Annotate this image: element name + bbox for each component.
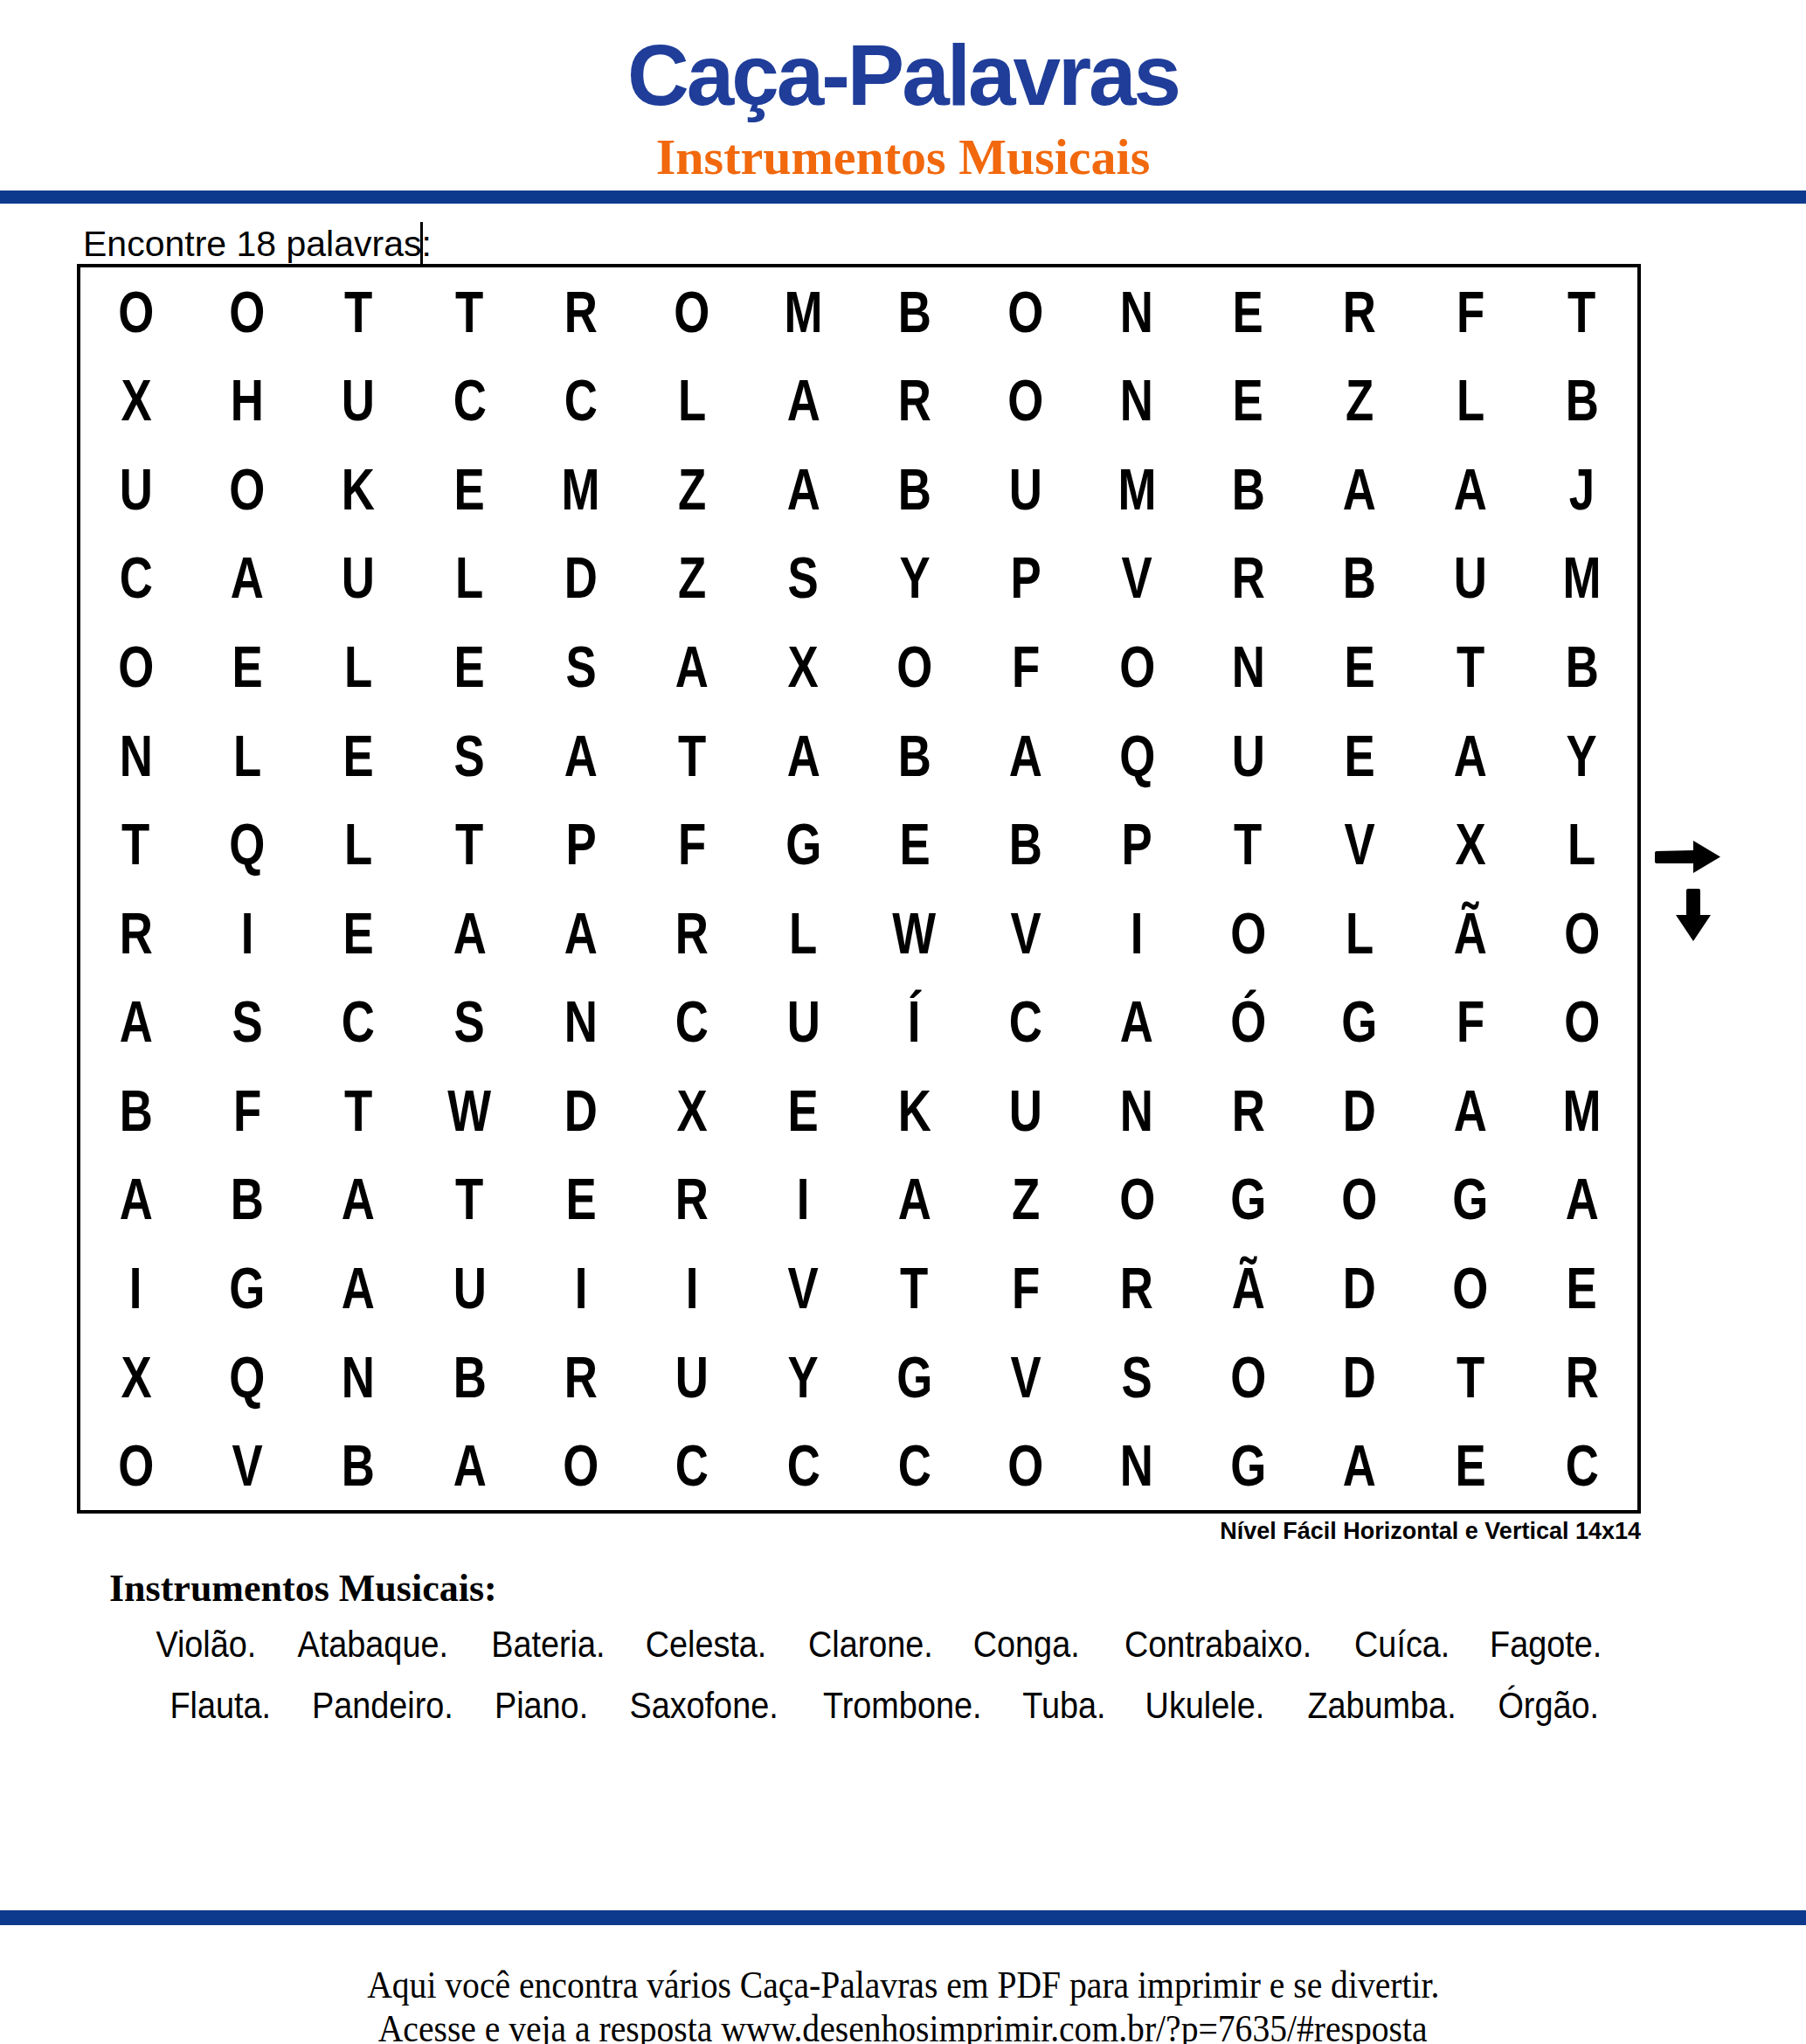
grid-cell-r5c10[interactable]: O	[1082, 622, 1193, 711]
footer-divider-bar	[0, 1910, 1806, 1925]
grid-cell-r1c6[interactable]: O	[636, 267, 747, 357]
grid-cell-r2c1[interactable]: X	[80, 357, 191, 446]
grid-cell-r4c2[interactable]: A	[191, 534, 302, 623]
grid-cell-r4c1[interactable]: C	[80, 534, 191, 623]
grid-cell-r8c5[interactable]: A	[525, 889, 636, 978]
grid-letter: T	[344, 1082, 372, 1140]
grid-cell-r5c7[interactable]: X	[748, 622, 859, 711]
footer-line-2: Acesse e veja a resposta www.desenhosimp…	[0, 2006, 1806, 2044]
grid-cell-r10c7[interactable]: E	[748, 1066, 859, 1155]
grid-letter: R	[1231, 549, 1264, 606]
grid-letter: X	[121, 371, 151, 429]
grid-cell-r14c7[interactable]: C	[748, 1421, 859, 1510]
grid-cell-r6c1[interactable]: N	[80, 711, 191, 800]
grid-cell-r9c1[interactable]: A	[80, 978, 191, 1067]
grid-cell-r12c5[interactable]: I	[525, 1244, 636, 1333]
grid-cell-r12c13[interactable]: O	[1415, 1244, 1526, 1333]
word-list-word: Tuba.	[1023, 1685, 1106, 1727]
grid-cell-r6c13[interactable]: A	[1415, 711, 1526, 800]
grid-letter: A	[1343, 1437, 1376, 1494]
grid-cell-r12c9[interactable]: F	[970, 1244, 1081, 1333]
grid-cell-r14c12[interactable]: A	[1304, 1421, 1415, 1510]
grid-cell-r10c8[interactable]: K	[859, 1066, 970, 1155]
grid-cell-r3c2[interactable]: O	[191, 445, 302, 534]
page: Caça-Palavras Instrumentos Musicais Enco…	[0, 0, 1806, 2044]
grid-letter: T	[1457, 1348, 1484, 1406]
grid-letter: R	[898, 371, 931, 429]
grid-cell-r5c4[interactable]: E	[414, 622, 525, 711]
grid-cell-r8c3[interactable]: E	[303, 889, 414, 978]
grid-cell-r2c10[interactable]: N	[1082, 357, 1193, 446]
grid-cell-r2c5[interactable]: C	[525, 357, 636, 446]
grid-cell-r2c4[interactable]: C	[414, 357, 525, 446]
grid-cell-r7c9[interactable]: B	[970, 800, 1081, 889]
grid-letter: O	[896, 638, 932, 696]
grid-letter: O	[229, 283, 265, 341]
grid-cell-r11c2[interactable]: B	[191, 1155, 302, 1244]
grid-cell-r13c13[interactable]: T	[1415, 1333, 1526, 1422]
grid-cell-r9c6[interactable]: C	[636, 978, 747, 1067]
grid-cell-r4c14[interactable]: M	[1526, 534, 1637, 623]
grid-cell-r3c1[interactable]: U	[80, 445, 191, 534]
grid-letter: L	[1567, 815, 1595, 873]
grid-cell-r3c4[interactable]: E	[414, 445, 525, 534]
grid-letter: Y	[1567, 727, 1597, 785]
grid-letter: E	[565, 1170, 596, 1228]
grid-letter: T	[1567, 283, 1595, 341]
grid-letter: A	[1009, 727, 1042, 785]
word-list-word: Atabaque.	[298, 1624, 448, 1666]
grid-letter: L	[1346, 904, 1374, 962]
grid-letter: A	[564, 727, 598, 785]
grid-cell-r7c4[interactable]: T	[414, 800, 525, 889]
grid-cell-r1c8[interactable]: B	[859, 267, 970, 357]
grid-letter: A	[1343, 461, 1376, 518]
grid-cell-r12c10[interactable]: R	[1082, 1244, 1193, 1333]
grid-cell-r6c12[interactable]: E	[1304, 711, 1415, 800]
grid-cell-r9c10[interactable]: A	[1082, 978, 1193, 1067]
grid-cell-r12c3[interactable]: A	[303, 1244, 414, 1333]
grid-cell-r5c11[interactable]: N	[1193, 622, 1304, 711]
grid-cell-r11c3[interactable]: A	[303, 1155, 414, 1244]
grid-letter: O	[563, 1437, 599, 1494]
grid-letter: Q	[229, 815, 265, 873]
grid-cell-r3c3[interactable]: K	[303, 445, 414, 534]
grid-letter: U	[786, 993, 820, 1050]
grid-cell-r8c14[interactable]: O	[1526, 889, 1637, 978]
grid-cell-r7c2[interactable]: Q	[191, 800, 302, 889]
grid-letter: E	[454, 638, 485, 696]
grid-letter: C	[453, 371, 486, 429]
grid-cell-r1c11[interactable]: E	[1193, 267, 1304, 357]
grid-cell-r14c6[interactable]: C	[636, 1421, 747, 1510]
word-list-word: Trombone.	[823, 1685, 981, 1727]
grid-letter: D	[1343, 1082, 1376, 1140]
grid-cell-r14c4[interactable]: A	[414, 1421, 525, 1510]
grid-cell-r10c4[interactable]: W	[414, 1066, 525, 1155]
grid-cell-r6c4[interactable]: S	[414, 711, 525, 800]
grid-cell-r2c14[interactable]: B	[1526, 357, 1637, 446]
grid-cell-r14c8[interactable]: C	[859, 1421, 970, 1510]
grid-letter: V	[1010, 1348, 1041, 1406]
grid-letter: T	[678, 727, 706, 785]
grid-letter: E	[232, 638, 262, 696]
grid-cell-r7c11[interactable]: T	[1193, 800, 1304, 889]
grid-cell-r9c8[interactable]: Í	[859, 978, 970, 1067]
grid-cell-r11c6[interactable]: R	[636, 1155, 747, 1244]
grid-cell-r5c1[interactable]: O	[80, 622, 191, 711]
grid-cell-r11c1[interactable]: A	[80, 1155, 191, 1244]
grid-cell-r11c12[interactable]: O	[1304, 1155, 1415, 1244]
grid-cell-r7c14[interactable]: L	[1526, 800, 1637, 889]
grid-letter: O	[118, 638, 154, 696]
word-list-word: Celesta.	[646, 1624, 767, 1666]
grid-letter: I	[129, 1259, 142, 1317]
grid-letter: O	[675, 283, 710, 341]
grid-cell-r11c5[interactable]: E	[525, 1155, 636, 1244]
grid-cell-r7c12[interactable]: V	[1304, 800, 1415, 889]
grid-cell-r1c12[interactable]: R	[1304, 267, 1415, 357]
grid-letter: O	[1341, 1170, 1377, 1228]
grid-cell-r2c12[interactable]: Z	[1304, 357, 1415, 446]
grid-letter: N	[120, 727, 153, 785]
grid-cell-r13c4[interactable]: B	[414, 1333, 525, 1422]
grid-cell-r1c14[interactable]: T	[1526, 267, 1637, 357]
word-list-word: Conga.	[973, 1624, 1080, 1666]
grid-cell-r4c8[interactable]: Y	[859, 534, 970, 623]
grid-letter: E	[1233, 371, 1263, 429]
grid-cell-r12c7[interactable]: V	[748, 1244, 859, 1333]
grid-cell-r10c3[interactable]: T	[303, 1066, 414, 1155]
grid-cell-r10c5[interactable]: D	[525, 1066, 636, 1155]
grid-cell-r14c3[interactable]: B	[303, 1421, 414, 1510]
grid-letter: L	[344, 638, 372, 696]
word-grid: OOTTROMBONERFTXHUCCLARONEZLBUOKEMZABUMBA…	[77, 264, 1641, 1514]
grid-cell-r7c5[interactable]: P	[525, 800, 636, 889]
grid-letter: K	[898, 1082, 931, 1140]
grid-cell-r3c14[interactable]: J	[1526, 445, 1637, 534]
grid-cell-r1c7[interactable]: M	[748, 267, 859, 357]
grid-cell-r3c7[interactable]: A	[748, 445, 859, 534]
grid-cell-r4c11[interactable]: R	[1193, 534, 1304, 623]
grid-cell-r8c4[interactable]: A	[414, 889, 525, 978]
grid-letter: S	[454, 727, 485, 785]
grid-cell-r14c1[interactable]: O	[80, 1421, 191, 1510]
grid-cell-r13c1[interactable]: X	[80, 1333, 191, 1422]
grid-cell-r12c8[interactable]: T	[859, 1244, 970, 1333]
grid-cell-r13c2[interactable]: Q	[191, 1333, 302, 1422]
grid-cell-r13c6[interactable]: U	[636, 1333, 747, 1422]
grid-cell-r9c3[interactable]: C	[303, 978, 414, 1067]
grid-cell-r7c8[interactable]: E	[859, 800, 970, 889]
grid-cell-r1c10[interactable]: N	[1082, 267, 1193, 357]
grid-letter: C	[1009, 993, 1042, 1050]
grid-cell-r14c2[interactable]: V	[191, 1421, 302, 1510]
grid-cell-r9c13[interactable]: F	[1415, 978, 1526, 1067]
grid-letter: E	[899, 815, 930, 873]
grid-cell-r6c2[interactable]: L	[191, 711, 302, 800]
grid-cell-r10c1[interactable]: B	[80, 1066, 191, 1155]
word-list-line-1: Violão. Atabaque. Bateria. Celesta. Clar…	[150, 1624, 1608, 1666]
grid-letter: U	[453, 1259, 486, 1317]
grid-letter: V	[1344, 815, 1374, 873]
grid-letter: E	[1233, 283, 1263, 341]
grid-cell-r5c5[interactable]: S	[525, 622, 636, 711]
grid-letter: U	[342, 549, 375, 606]
grid-letter: P	[1010, 549, 1041, 606]
grid-cell-r2c3[interactable]: U	[303, 357, 414, 446]
grid-letter: R	[564, 1348, 598, 1406]
grid-letter: D	[564, 1082, 598, 1140]
grid-cell-r4c3[interactable]: U	[303, 534, 414, 623]
grid-cell-r1c2[interactable]: O	[191, 267, 302, 357]
word-list-word: Ukulele.	[1145, 1685, 1265, 1727]
word-list-heading: Instrumentos Musicais:	[109, 1566, 497, 1611]
grid-cell-r10c11[interactable]: R	[1193, 1066, 1304, 1155]
grid-cell-r7c6[interactable]: F	[636, 800, 747, 889]
grid-cell-r6c6[interactable]: T	[636, 711, 747, 800]
grid-cell-r2c6[interactable]: L	[636, 357, 747, 446]
grid-letter: O	[1007, 283, 1043, 341]
grid-cell-r5c13[interactable]: T	[1415, 622, 1526, 711]
grid-letter: E	[1455, 1437, 1485, 1494]
grid-letter: A	[120, 1170, 153, 1228]
grid-cell-r12c14[interactable]: E	[1526, 1244, 1637, 1333]
grid-letter: Z	[678, 461, 706, 518]
grid-letter: N	[1120, 1437, 1153, 1494]
grid-cell-r7c7[interactable]: G	[748, 800, 859, 889]
grid-cell-r12c11[interactable]: Ã	[1193, 1244, 1304, 1333]
grid-cell-r12c1[interactable]: I	[80, 1244, 191, 1333]
grid-cell-r14c5[interactable]: O	[525, 1421, 636, 1510]
grid-letter: G	[229, 1259, 265, 1317]
grid-letter: A	[1454, 727, 1487, 785]
grid-letter: E	[788, 1082, 819, 1140]
grid-cell-r4c12[interactable]: B	[1304, 534, 1415, 623]
grid-cell-r8c2[interactable]: I	[191, 889, 302, 978]
grid-cell-r11c14[interactable]: A	[1526, 1155, 1637, 1244]
grid-cell-r3c13[interactable]: A	[1415, 445, 1526, 534]
grid-cell-r14c14[interactable]: C	[1526, 1421, 1637, 1510]
grid-cell-r11c4[interactable]: T	[414, 1155, 525, 1244]
grid-cell-r6c11[interactable]: U	[1193, 711, 1304, 800]
instructions-label: Encontre 18 palavras:	[83, 224, 432, 265]
grid-cell-r1c4[interactable]: T	[414, 267, 525, 357]
grid-letter: Z	[678, 549, 706, 606]
grid-cell-r7c10[interactable]: P	[1082, 800, 1193, 889]
grid-letter: C	[675, 993, 709, 1050]
grid-cell-r6c5[interactable]: A	[525, 711, 636, 800]
grid-cell-r4c7[interactable]: S	[748, 534, 859, 623]
grid-cell-r4c4[interactable]: L	[414, 534, 525, 623]
grid-cell-r4c5[interactable]: D	[525, 534, 636, 623]
grid-cell-r5c8[interactable]: O	[859, 622, 970, 711]
grid-cell-r3c6[interactable]: Z	[636, 445, 747, 534]
grid-letter: T	[344, 283, 372, 341]
grid-cell-r14c11[interactable]: G	[1193, 1421, 1304, 1510]
grid-cell-r6c7[interactable]: A	[748, 711, 859, 800]
grid-cell-r3c9[interactable]: U	[970, 445, 1081, 534]
grid-cell-r14c9[interactable]: O	[970, 1421, 1081, 1510]
grid-cell-r1c9[interactable]: O	[970, 267, 1081, 357]
grid-cell-r2c11[interactable]: E	[1193, 357, 1304, 446]
grid-letter: A	[453, 904, 486, 962]
grid-cell-r2c7[interactable]: A	[748, 357, 859, 446]
grid-cell-r8c11[interactable]: O	[1193, 889, 1304, 978]
grid-cell-r8c9[interactable]: V	[970, 889, 1081, 978]
grid-cell-r4c10[interactable]: V	[1082, 534, 1193, 623]
grid-cell-r10c10[interactable]: N	[1082, 1066, 1193, 1155]
grid-cell-r5c2[interactable]: E	[191, 622, 302, 711]
grid-cell-r11c11[interactable]: G	[1193, 1155, 1304, 1244]
grid-cell-r13c14[interactable]: R	[1526, 1333, 1637, 1422]
grid-cell-r7c3[interactable]: L	[303, 800, 414, 889]
grid-cell-r6c14[interactable]: Y	[1526, 711, 1637, 800]
grid-cell-r4c13[interactable]: U	[1415, 534, 1526, 623]
grid-cell-r11c9[interactable]: Z	[970, 1155, 1081, 1244]
grid-letter: N	[342, 1348, 375, 1406]
grid-cell-r8c1[interactable]: R	[80, 889, 191, 978]
grid-cell-r3c12[interactable]: A	[1304, 445, 1415, 534]
grid-cell-r12c12[interactable]: D	[1304, 1244, 1415, 1333]
grid-cell-r8c8[interactable]: W	[859, 889, 970, 978]
grid-letter: A	[1454, 1082, 1487, 1140]
grid-cell-r8c6[interactable]: R	[636, 889, 747, 978]
grid-cell-r13c3[interactable]: N	[303, 1333, 414, 1422]
footer-line-1: Aqui você encontra vários Caça-Palavras …	[0, 1963, 1806, 2007]
grid-cell-r2c8[interactable]: R	[859, 357, 970, 446]
grid-cell-r3c11[interactable]: B	[1193, 445, 1304, 534]
grid-letter: L	[789, 904, 817, 962]
grid-cell-r13c7[interactable]: Y	[748, 1333, 859, 1422]
grid-cell-r10c9[interactable]: U	[970, 1066, 1081, 1155]
grid-cell-r11c13[interactable]: G	[1415, 1155, 1526, 1244]
grid-cell-r1c1[interactable]: O	[80, 267, 191, 357]
grid-letter: B	[453, 1348, 486, 1406]
grid-cell-r8c7[interactable]: L	[748, 889, 859, 978]
grid-cell-r13c11[interactable]: O	[1193, 1333, 1304, 1422]
grid-cell-r3c10[interactable]: M	[1082, 445, 1193, 534]
grid-cell-r11c7[interactable]: I	[748, 1155, 859, 1244]
grid-letter: A	[1454, 461, 1487, 518]
grid-letter: N	[1120, 371, 1153, 429]
word-list-word: Contrabaixo.	[1124, 1624, 1311, 1666]
grid-cell-r2c13[interactable]: L	[1415, 357, 1526, 446]
grid-letter: E	[343, 904, 374, 962]
grid-cell-r10c14[interactable]: M	[1526, 1066, 1637, 1155]
grid-letter: M	[562, 461, 600, 518]
grid-letter: C	[564, 371, 598, 429]
grid-letter: A	[786, 461, 820, 518]
grid-letter: U	[1009, 1082, 1042, 1140]
grid-letter: L	[678, 371, 706, 429]
grid-letter: O	[1453, 1259, 1489, 1317]
grid-cell-r8c12[interactable]: L	[1304, 889, 1415, 978]
grid-cell-r9c14[interactable]: O	[1526, 978, 1637, 1067]
grid-letter: W	[893, 904, 937, 962]
grid-letter: B	[1565, 371, 1598, 429]
grid-letter: S	[788, 549, 819, 606]
grid-cell-r5c3[interactable]: L	[303, 622, 414, 711]
grid-cell-r9c7[interactable]: U	[748, 978, 859, 1067]
grid-cell-r1c5[interactable]: R	[525, 267, 636, 357]
grid-letter: G	[785, 815, 821, 873]
grid-cell-r9c12[interactable]: G	[1304, 978, 1415, 1067]
grid-letter: O	[1119, 1170, 1155, 1228]
grid-cell-r14c13[interactable]: E	[1415, 1421, 1526, 1510]
grid-cell-r6c8[interactable]: B	[859, 711, 970, 800]
grid-letter: H	[231, 371, 264, 429]
grid-cell-r10c6[interactable]: X	[636, 1066, 747, 1155]
grid-cell-r11c8[interactable]: A	[859, 1155, 970, 1244]
grid-cell-r12c4[interactable]: U	[414, 1244, 525, 1333]
grid-cell-r10c13[interactable]: A	[1415, 1066, 1526, 1155]
grid-cell-r10c12[interactable]: D	[1304, 1066, 1415, 1155]
grid-cell-r12c6[interactable]: I	[636, 1244, 747, 1333]
grid-cell-r9c5[interactable]: N	[525, 978, 636, 1067]
grid-cell-r6c9[interactable]: A	[970, 711, 1081, 800]
grid-cell-r8c13[interactable]: Ã	[1415, 889, 1526, 978]
grid-letter: G	[1230, 1170, 1266, 1228]
grid-cell-r3c5[interactable]: M	[525, 445, 636, 534]
grid-cell-r5c9[interactable]: F	[970, 622, 1081, 711]
grid-cell-r5c14[interactable]: B	[1526, 622, 1637, 711]
grid-cell-r6c3[interactable]: E	[303, 711, 414, 800]
grid-cell-r5c6[interactable]: A	[636, 622, 747, 711]
grid-cell-r13c8[interactable]: G	[859, 1333, 970, 1422]
grid-letter: A	[120, 993, 153, 1050]
grid-cell-r8c10[interactable]: I	[1082, 889, 1193, 978]
grid-cell-r10c2[interactable]: F	[191, 1066, 302, 1155]
grid-letter: R	[1231, 1082, 1264, 1140]
grid-cell-r14c10[interactable]: N	[1082, 1421, 1193, 1510]
grid-cell-r13c10[interactable]: S	[1082, 1333, 1193, 1422]
grid-cell-r1c3[interactable]: T	[303, 267, 414, 357]
grid-cell-r7c13[interactable]: X	[1415, 800, 1526, 889]
grid-cell-r13c5[interactable]: R	[525, 1333, 636, 1422]
grid-letter: R	[675, 1170, 709, 1228]
grid-cell-r4c9[interactable]: P	[970, 534, 1081, 623]
grid-cell-r13c12[interactable]: D	[1304, 1333, 1415, 1422]
grid-cell-r5c12[interactable]: E	[1304, 622, 1415, 711]
grid-cell-r2c2[interactable]: H	[191, 357, 302, 446]
grid-letter: Q	[1119, 727, 1155, 785]
grid-cell-r7c1[interactable]: T	[80, 800, 191, 889]
grid-letter: N	[1120, 1082, 1153, 1140]
grid-cell-r9c4[interactable]: S	[414, 978, 525, 1067]
grid-letter: A	[342, 1170, 375, 1228]
grid-cell-r1c13[interactable]: F	[1415, 267, 1526, 357]
word-list-word: Piano.	[495, 1685, 588, 1727]
grid-cell-r9c11[interactable]: Ó	[1193, 978, 1304, 1067]
grid-cell-r9c9[interactable]: C	[970, 978, 1081, 1067]
grid-letter: C	[120, 549, 153, 606]
grid-cell-r13c9[interactable]: V	[970, 1333, 1081, 1422]
grid-cell-r3c8[interactable]: B	[859, 445, 970, 534]
grid-cell-r9c2[interactable]: S	[191, 978, 302, 1067]
grid-cell-r6c10[interactable]: Q	[1082, 711, 1193, 800]
grid-cell-r2c9[interactable]: O	[970, 357, 1081, 446]
grid-letter: A	[231, 549, 264, 606]
grid-cell-r11c10[interactable]: O	[1082, 1155, 1193, 1244]
grid-letter: F	[1457, 283, 1484, 341]
grid-cell-r12c2[interactable]: G	[191, 1244, 302, 1333]
grid-letter: U	[342, 371, 375, 429]
grid-letter: P	[565, 815, 596, 873]
grid-letter: O	[1007, 371, 1043, 429]
grid-letter: F	[1012, 638, 1040, 696]
grid-cell-r4c6[interactable]: Z	[636, 534, 747, 623]
